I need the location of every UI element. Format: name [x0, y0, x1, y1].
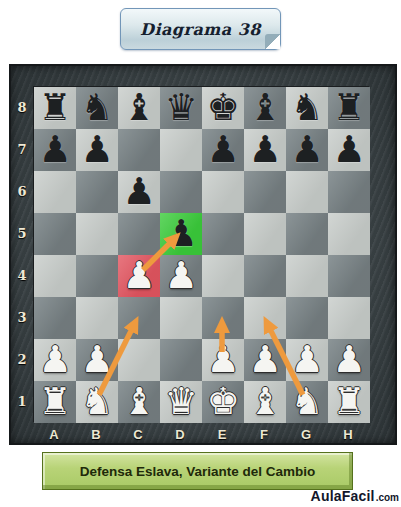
- square-a2: ♟: [34, 339, 76, 381]
- file-label-b: B: [75, 423, 117, 446]
- rank-label-5: 5: [11, 212, 33, 254]
- chess-board: 87654321 ♜♞♝♛♚♝♞♜♟♟♟♟♟♟♟♟♟♟♟♟♟♟♟♟♜♞♝♛♚♝♞…: [9, 64, 397, 445]
- white-pawn-e2: ♟: [206, 339, 239, 381]
- square-a4: [34, 255, 76, 297]
- square-f6: [244, 171, 286, 213]
- square-d6: [160, 171, 202, 213]
- black-queen-d8: ♛: [164, 87, 197, 129]
- white-queen-d1: ♛: [164, 381, 197, 423]
- black-rook-h8: ♜: [332, 87, 365, 129]
- square-a8: ♜: [34, 87, 76, 129]
- file-label-g: G: [285, 423, 327, 446]
- square-c5: [118, 213, 160, 255]
- rank-label-6: 6: [11, 170, 33, 212]
- black-pawn-d5: ♟: [164, 213, 197, 255]
- square-h2: ♟: [328, 339, 370, 381]
- rank-label-1: 1: [11, 380, 33, 422]
- square-b4: [76, 255, 118, 297]
- white-knight-b1: ♞: [80, 381, 113, 423]
- square-b3: [76, 297, 118, 339]
- white-knight-g1: ♞: [290, 381, 323, 423]
- white-pawn-f2: ♟: [248, 339, 281, 381]
- rank-label-8: 8: [11, 86, 33, 128]
- square-a6: [34, 171, 76, 213]
- black-knight-g8: ♞: [290, 87, 323, 129]
- square-b7: ♟: [76, 129, 118, 171]
- square-e2: ♟: [202, 339, 244, 381]
- brand-tld: .com: [376, 492, 399, 503]
- black-pawn-a7: ♟: [38, 129, 71, 171]
- file-label-h: H: [327, 423, 369, 446]
- square-d4: ♟: [160, 255, 202, 297]
- white-bishop-f1: ♝: [248, 381, 281, 423]
- file-label-f: F: [243, 423, 285, 446]
- square-a3: [34, 297, 76, 339]
- diagram-title-banner: Diagrama 38: [120, 8, 281, 50]
- white-pawn-g2: ♟: [290, 339, 323, 381]
- square-b1: ♞: [76, 381, 118, 423]
- square-f3: [244, 297, 286, 339]
- square-d5: ♟: [160, 213, 202, 255]
- white-rook-h1: ♜: [332, 381, 365, 423]
- square-g1: ♞: [286, 381, 328, 423]
- black-pawn-b7: ♟: [80, 129, 113, 171]
- white-pawn-h2: ♟: [332, 339, 365, 381]
- rank-label-7: 7: [11, 128, 33, 170]
- square-b6: [76, 171, 118, 213]
- black-pawn-g7: ♟: [290, 129, 323, 171]
- caption-banner: Defensa Eslava, Variante del Cambio: [42, 452, 353, 490]
- square-c2: [118, 339, 160, 381]
- black-pawn-c6: ♟: [122, 171, 155, 213]
- square-g4: [286, 255, 328, 297]
- square-f7: ♟: [244, 129, 286, 171]
- square-a7: ♟: [34, 129, 76, 171]
- square-e8: ♚: [202, 87, 244, 129]
- square-e7: ♟: [202, 129, 244, 171]
- black-bishop-c8: ♝: [122, 87, 155, 129]
- square-f1: ♝: [244, 381, 286, 423]
- square-c6: ♟: [118, 171, 160, 213]
- square-b8: ♞: [76, 87, 118, 129]
- file-label-e: E: [201, 423, 243, 446]
- square-f5: [244, 213, 286, 255]
- square-h5: [328, 213, 370, 255]
- aulafacil-watermark: AulaFacil .com: [311, 488, 399, 504]
- file-labels: ABCDEFGH: [33, 423, 369, 446]
- square-d3: [160, 297, 202, 339]
- square-b2: ♟: [76, 339, 118, 381]
- square-h1: ♜: [328, 381, 370, 423]
- square-c4: ♟: [118, 255, 160, 297]
- black-rook-a8: ♜: [38, 87, 71, 129]
- variation-caption: Defensa Eslava, Variante del Cambio: [80, 464, 316, 479]
- square-d8: ♛: [160, 87, 202, 129]
- square-a1: ♜: [34, 381, 76, 423]
- square-h3: [328, 297, 370, 339]
- square-d1: ♛: [160, 381, 202, 423]
- rank-labels: 87654321: [11, 86, 33, 422]
- square-g2: ♟: [286, 339, 328, 381]
- white-pawn-d4: ♟: [164, 255, 197, 297]
- square-b5: [76, 213, 118, 255]
- black-pawn-h7: ♟: [332, 129, 365, 171]
- square-d2: [160, 339, 202, 381]
- square-g5: [286, 213, 328, 255]
- diagram-title: Diagrama 38: [140, 20, 261, 39]
- square-f2: ♟: [244, 339, 286, 381]
- white-king-e1: ♚: [206, 381, 239, 423]
- black-bishop-f8: ♝: [248, 87, 281, 129]
- square-d7: [160, 129, 202, 171]
- square-e3: [202, 297, 244, 339]
- black-king-e8: ♚: [206, 87, 239, 129]
- square-h8: ♜: [328, 87, 370, 129]
- white-pawn-a2: ♟: [38, 339, 71, 381]
- square-g6: [286, 171, 328, 213]
- rank-label-3: 3: [11, 296, 33, 338]
- square-e6: [202, 171, 244, 213]
- square-e1: ♚: [202, 381, 244, 423]
- square-c1: ♝: [118, 381, 160, 423]
- file-label-c: C: [117, 423, 159, 446]
- square-g8: ♞: [286, 87, 328, 129]
- square-e5: [202, 213, 244, 255]
- square-g3: [286, 297, 328, 339]
- square-h7: ♟: [328, 129, 370, 171]
- black-pawn-f7: ♟: [248, 129, 281, 171]
- square-f8: ♝: [244, 87, 286, 129]
- rank-label-2: 2: [11, 338, 33, 380]
- square-c3: [118, 297, 160, 339]
- square-c7: [118, 129, 160, 171]
- file-label-a: A: [33, 423, 75, 446]
- white-bishop-c1: ♝: [122, 381, 155, 423]
- square-f4: [244, 255, 286, 297]
- white-rook-a1: ♜: [38, 381, 71, 423]
- black-knight-b8: ♞: [80, 87, 113, 129]
- square-g7: ♟: [286, 129, 328, 171]
- black-pawn-e7: ♟: [206, 129, 239, 171]
- board-grid: ♜♞♝♛♚♝♞♜♟♟♟♟♟♟♟♟♟♟♟♟♟♟♟♟♜♞♝♛♚♝♞♜: [33, 86, 369, 422]
- square-e4: [202, 255, 244, 297]
- file-label-d: D: [159, 423, 201, 446]
- rank-label-4: 4: [11, 254, 33, 296]
- white-pawn-c4: ♟: [122, 255, 155, 297]
- square-a5: [34, 213, 76, 255]
- square-c8: ♝: [118, 87, 160, 129]
- square-h4: [328, 255, 370, 297]
- brand-name: AulaFacil: [311, 488, 375, 504]
- square-h6: [328, 171, 370, 213]
- white-pawn-b2: ♟: [80, 339, 113, 381]
